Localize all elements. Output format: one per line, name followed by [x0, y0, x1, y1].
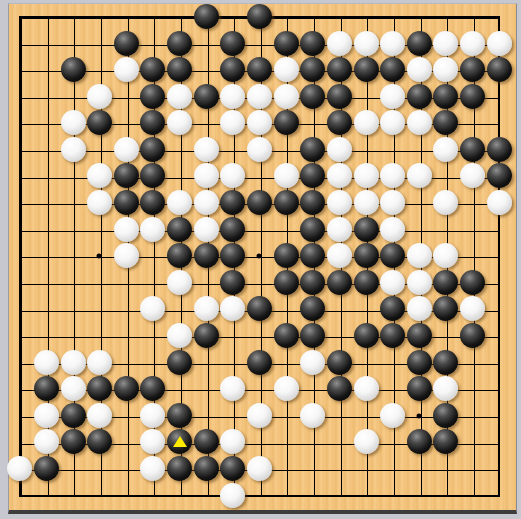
stone-black — [460, 323, 485, 348]
board-point — [353, 30, 380, 57]
board-point — [193, 136, 220, 163]
stone-white — [327, 217, 352, 242]
board-point — [140, 83, 167, 110]
stone-black — [327, 350, 352, 375]
board-point — [220, 216, 247, 243]
stone-black — [433, 296, 458, 321]
stone-white — [87, 403, 112, 428]
stone-black — [247, 57, 272, 82]
board-point — [33, 455, 60, 482]
stone-white — [220, 296, 245, 321]
stone-white — [61, 110, 86, 135]
board-point — [299, 402, 326, 429]
board-point — [459, 322, 486, 349]
board-point — [433, 402, 460, 429]
board-point — [140, 216, 167, 243]
board-point — [486, 189, 513, 216]
stone-black — [407, 350, 432, 375]
board-point — [433, 349, 460, 376]
board-point — [299, 349, 326, 376]
stone-white — [140, 456, 165, 481]
stone-white — [140, 296, 165, 321]
stone-white — [380, 110, 405, 135]
board-point — [166, 189, 193, 216]
board-point — [140, 136, 167, 163]
board-point — [86, 83, 113, 110]
stone-black — [433, 270, 458, 295]
stone-white — [167, 323, 192, 348]
board-point — [246, 402, 273, 429]
board-point — [379, 83, 406, 110]
stone-white — [354, 376, 379, 401]
board-point — [220, 242, 247, 269]
board-point — [459, 56, 486, 83]
board-point — [246, 349, 273, 376]
stone-white — [407, 296, 432, 321]
board-point — [193, 3, 220, 30]
stone-black — [140, 190, 165, 215]
board-point — [166, 269, 193, 296]
board-point — [60, 402, 87, 429]
stone-white — [220, 376, 245, 401]
board-point — [166, 242, 193, 269]
stone-white — [140, 403, 165, 428]
board-point — [166, 429, 193, 456]
stone-black — [61, 429, 86, 454]
board-point — [273, 109, 300, 136]
stone-white — [167, 190, 192, 215]
board-point — [406, 56, 433, 83]
stone-white — [380, 190, 405, 215]
board-point — [379, 269, 406, 296]
board-point — [326, 163, 353, 190]
stone-white — [274, 163, 299, 188]
stone-white — [407, 163, 432, 188]
stone-black — [167, 350, 192, 375]
stone-black — [140, 376, 165, 401]
stone-black — [247, 350, 272, 375]
board-point — [433, 56, 460, 83]
board-point — [379, 216, 406, 243]
board-point — [113, 216, 140, 243]
stone-white — [167, 84, 192, 109]
board-point — [326, 375, 353, 402]
board-point — [193, 296, 220, 323]
board-point — [86, 189, 113, 216]
board-point — [406, 269, 433, 296]
board-point — [353, 189, 380, 216]
board-point — [193, 242, 220, 269]
board-point — [326, 109, 353, 136]
stone-white — [433, 243, 458, 268]
stone-white — [327, 31, 352, 56]
stone-white — [433, 137, 458, 162]
stone-black — [220, 190, 245, 215]
board-point — [86, 375, 113, 402]
go-board[interactable] — [8, 3, 517, 514]
stone-black — [114, 31, 139, 56]
board-point — [299, 56, 326, 83]
stone-black — [220, 57, 245, 82]
board-point — [193, 83, 220, 110]
board-point — [353, 216, 380, 243]
board-point — [220, 189, 247, 216]
stone-black — [220, 456, 245, 481]
stone-black — [300, 137, 325, 162]
board-point — [459, 269, 486, 296]
stone-black — [220, 217, 245, 242]
stone-black — [380, 57, 405, 82]
board-point — [299, 269, 326, 296]
board-point — [60, 56, 87, 83]
stone-black — [140, 57, 165, 82]
stone-white — [247, 84, 272, 109]
stone-black — [300, 243, 325, 268]
board-point — [379, 189, 406, 216]
board-point — [299, 30, 326, 57]
board-point — [353, 56, 380, 83]
stone-white — [87, 190, 112, 215]
board-point — [433, 269, 460, 296]
board-point — [326, 242, 353, 269]
stone-black — [327, 110, 352, 135]
board-point — [246, 56, 273, 83]
stone-black — [114, 190, 139, 215]
stone-black — [247, 190, 272, 215]
board-point — [86, 429, 113, 456]
board-point — [299, 242, 326, 269]
board-point — [33, 402, 60, 429]
board-point — [326, 30, 353, 57]
board-point — [273, 56, 300, 83]
stone-black — [433, 350, 458, 375]
board-point — [220, 429, 247, 456]
stone-white — [327, 243, 352, 268]
board-point — [459, 296, 486, 323]
stone-black — [327, 57, 352, 82]
stone-black — [274, 110, 299, 135]
board-point — [166, 109, 193, 136]
board-point — [406, 349, 433, 376]
board-point — [220, 296, 247, 323]
board-point — [406, 109, 433, 136]
board-point — [433, 83, 460, 110]
stone-black — [167, 31, 192, 56]
stone-white — [380, 84, 405, 109]
stone-white — [194, 163, 219, 188]
stone-white — [114, 137, 139, 162]
stone-white — [220, 483, 245, 508]
stone-black — [300, 31, 325, 56]
stone-white — [460, 163, 485, 188]
stone-white — [140, 217, 165, 242]
stone-white — [247, 456, 272, 481]
board-point — [113, 136, 140, 163]
stone-black — [300, 270, 325, 295]
board-point — [220, 163, 247, 190]
stone-white — [194, 137, 219, 162]
board-point — [406, 163, 433, 190]
board-point — [140, 375, 167, 402]
stone-black — [167, 57, 192, 82]
board-point — [459, 30, 486, 57]
stone-white — [274, 376, 299, 401]
stone-white — [380, 217, 405, 242]
board-point — [246, 455, 273, 482]
stone-black — [61, 57, 86, 82]
stone-black — [140, 110, 165, 135]
board-point — [220, 455, 247, 482]
stone-white — [380, 403, 405, 428]
stone-black — [274, 190, 299, 215]
board-point — [459, 136, 486, 163]
board-point — [353, 429, 380, 456]
board-point — [379, 296, 406, 323]
stone-white — [220, 84, 245, 109]
stone-white — [407, 110, 432, 135]
stone-white — [354, 31, 379, 56]
board-point — [273, 163, 300, 190]
board-point — [166, 402, 193, 429]
stone-white — [274, 57, 299, 82]
board-point — [299, 83, 326, 110]
stone-black — [34, 376, 59, 401]
board-point — [326, 216, 353, 243]
board-point — [326, 136, 353, 163]
board-point — [433, 375, 460, 402]
board-point — [433, 242, 460, 269]
board-point — [220, 30, 247, 57]
board-point — [113, 30, 140, 57]
stone-black — [274, 243, 299, 268]
stone-black — [460, 137, 485, 162]
board-point — [486, 30, 513, 57]
stone-black — [274, 31, 299, 56]
stone-black — [300, 296, 325, 321]
stone-white — [327, 163, 352, 188]
stone-white — [380, 270, 405, 295]
board-point — [60, 349, 87, 376]
board-point — [299, 296, 326, 323]
board-point — [486, 56, 513, 83]
stone-white — [220, 110, 245, 135]
board-point — [246, 136, 273, 163]
board-point — [379, 56, 406, 83]
stone-black — [87, 376, 112, 401]
stone-black — [194, 323, 219, 348]
board-point — [273, 83, 300, 110]
board-point — [273, 189, 300, 216]
board-point — [406, 242, 433, 269]
board-point — [220, 482, 247, 509]
stone-black — [407, 84, 432, 109]
board-point — [60, 136, 87, 163]
stone-black — [407, 31, 432, 56]
stone-white — [380, 31, 405, 56]
board-point — [353, 242, 380, 269]
stone-black — [114, 376, 139, 401]
stone-black — [354, 243, 379, 268]
stone-black — [247, 296, 272, 321]
board-point — [86, 109, 113, 136]
last-move-triangle-icon — [173, 436, 187, 447]
board-point — [299, 189, 326, 216]
stone-white — [167, 110, 192, 135]
board-point — [326, 189, 353, 216]
stone-white — [487, 31, 512, 56]
stone-white — [460, 31, 485, 56]
board-point — [406, 322, 433, 349]
stone-white — [61, 350, 86, 375]
board-point — [379, 109, 406, 136]
stone-black — [407, 376, 432, 401]
stone-black — [433, 403, 458, 428]
stone-white — [34, 350, 59, 375]
board-point — [326, 269, 353, 296]
stone-black — [433, 429, 458, 454]
board-point — [433, 296, 460, 323]
stone-white — [220, 163, 245, 188]
stone-white — [194, 217, 219, 242]
stone-black — [327, 376, 352, 401]
go-client-window: { "game": "go", "board": { "size": 19, "… — [0, 0, 521, 519]
board-point — [273, 30, 300, 57]
stone-black — [300, 190, 325, 215]
stone-black — [140, 163, 165, 188]
board-point — [193, 189, 220, 216]
board-point — [193, 322, 220, 349]
board-point — [299, 322, 326, 349]
stone-black — [140, 137, 165, 162]
stone-black — [114, 163, 139, 188]
stone-black — [247, 4, 272, 29]
stone-black — [300, 217, 325, 242]
board-point — [193, 429, 220, 456]
board-point — [433, 136, 460, 163]
stone-black — [433, 110, 458, 135]
board-point — [166, 216, 193, 243]
board-point — [433, 30, 460, 57]
stone-black — [274, 323, 299, 348]
board-point — [193, 455, 220, 482]
stone-white — [61, 376, 86, 401]
board-point — [459, 83, 486, 110]
board-point — [86, 402, 113, 429]
board-point — [166, 30, 193, 57]
stone-black — [354, 323, 379, 348]
board-point — [379, 30, 406, 57]
board-point — [86, 349, 113, 376]
stone-black — [327, 270, 352, 295]
stone-white — [433, 376, 458, 401]
stone-white — [380, 163, 405, 188]
board-point — [326, 349, 353, 376]
stone-black — [300, 57, 325, 82]
stone-white — [407, 57, 432, 82]
board-point — [246, 83, 273, 110]
board-point — [33, 349, 60, 376]
board-point — [113, 242, 140, 269]
stone-white — [354, 190, 379, 215]
board-point — [353, 163, 380, 190]
board-point — [353, 375, 380, 402]
board-point — [113, 163, 140, 190]
board-point — [406, 30, 433, 57]
board-point — [246, 109, 273, 136]
stone-black — [34, 456, 59, 481]
board-point — [140, 402, 167, 429]
board-point — [193, 216, 220, 243]
board-point — [166, 56, 193, 83]
stone-white — [114, 217, 139, 242]
board-point — [353, 109, 380, 136]
board-point — [433, 429, 460, 456]
stone-white — [247, 110, 272, 135]
stone-white — [34, 403, 59, 428]
stone-white — [34, 429, 59, 454]
stone-white — [220, 429, 245, 454]
board-point — [220, 109, 247, 136]
board-point — [140, 429, 167, 456]
board-point — [140, 56, 167, 83]
stone-white — [87, 350, 112, 375]
board-point — [433, 109, 460, 136]
board-point — [33, 375, 60, 402]
board-point — [193, 163, 220, 190]
board-point — [459, 163, 486, 190]
stone-black — [380, 243, 405, 268]
stone-black — [407, 429, 432, 454]
board-point — [140, 109, 167, 136]
board-point — [273, 375, 300, 402]
stone-black — [487, 57, 512, 82]
stone-black — [380, 296, 405, 321]
board-point — [486, 163, 513, 190]
board-point — [140, 163, 167, 190]
stone-white — [300, 403, 325, 428]
stone-white — [487, 190, 512, 215]
stone-black — [87, 429, 112, 454]
stone-white — [354, 163, 379, 188]
board-point — [406, 429, 433, 456]
stone-white — [87, 163, 112, 188]
board-point — [6, 455, 33, 482]
board-point — [326, 56, 353, 83]
stone-white — [327, 190, 352, 215]
stone-black — [194, 84, 219, 109]
stone-black — [194, 243, 219, 268]
stone-white — [433, 190, 458, 215]
stone-black — [300, 84, 325, 109]
stone-white — [274, 84, 299, 109]
stone-white — [300, 350, 325, 375]
stone-black — [167, 217, 192, 242]
stone-black — [220, 243, 245, 268]
stone-black — [61, 403, 86, 428]
board-point — [220, 56, 247, 83]
board-point — [379, 402, 406, 429]
board-point — [140, 189, 167, 216]
stone-black — [354, 217, 379, 242]
stone-black — [327, 84, 352, 109]
board-point — [379, 163, 406, 190]
board-point — [86, 163, 113, 190]
board-point — [379, 242, 406, 269]
stone-black — [274, 270, 299, 295]
stone-white — [433, 57, 458, 82]
board-point — [113, 189, 140, 216]
stone-white — [354, 429, 379, 454]
